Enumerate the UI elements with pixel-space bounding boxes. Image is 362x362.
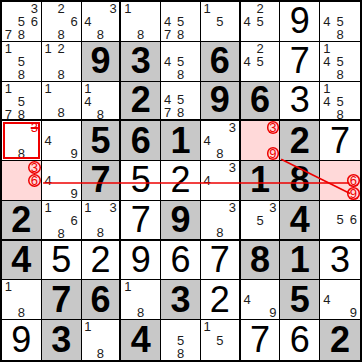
cell-r5c6[interactable]: 34 — [201, 161, 241, 201]
candidate-1: 1 — [201, 320, 214, 333]
digit-given: 2 — [11, 202, 31, 238]
pencil-marks: 18 — [121, 2, 160, 41]
cell-r6c9[interactable]: 56 — [320, 201, 360, 241]
cell-r4c7[interactable]: 39 — [241, 121, 281, 161]
candidate-1: 1 — [42, 201, 55, 214]
candidate-1: 1 — [320, 82, 333, 95]
cell-r3c7[interactable]: 6 — [241, 82, 281, 122]
pencil-marks: 49 — [241, 280, 280, 319]
cell-r6c2[interactable]: 168 — [42, 201, 82, 241]
cell-r1c7[interactable]: 245 — [241, 2, 281, 42]
candidate-3: 3 — [226, 201, 239, 214]
pencil-marks: 138 — [82, 201, 120, 239]
cell-r2c3[interactable]: 9 — [82, 42, 122, 82]
pencil-marks: 458 — [161, 42, 200, 81]
pencil-marks: 49 — [320, 280, 360, 319]
sudoku-board: 3567826834818457815245945815812893458624… — [0, 0, 362, 362]
cell-r5c7[interactable]: 1 — [241, 161, 281, 201]
candidate-8: 8 — [94, 108, 107, 121]
candidate-9: 9 — [68, 147, 81, 160]
candidate-5: 5 — [333, 55, 346, 68]
pencil-marks: 15 — [201, 320, 239, 360]
candidate-4: 4 — [201, 134, 214, 147]
candidate-8: 8 — [333, 28, 346, 41]
candidate-4: 4 — [241, 293, 254, 306]
candidate-9: 9 — [347, 306, 360, 319]
candidate-8: 8 — [15, 147, 28, 160]
cell-r5c9[interactable]: 69 — [320, 161, 360, 201]
candidate-8: 8 — [94, 28, 107, 41]
cell-r5c1[interactable]: 36 — [2, 161, 42, 201]
cell-r3c3[interactable]: 148 — [82, 82, 122, 122]
cell-r6c4[interactable]: 7 — [121, 201, 161, 241]
candidate-8: 8 — [15, 68, 28, 81]
pencil-marks: 38 — [2, 121, 41, 160]
candidate-4: 4 — [320, 15, 333, 28]
cell-r8c2[interactable]: 7 — [42, 280, 82, 320]
digit-solved: 3 — [290, 82, 310, 118]
cell-r1c1[interactable]: 35678 — [2, 2, 42, 42]
pencil-marks: 36 — [2, 161, 41, 200]
digit-solved: 5 — [51, 242, 71, 278]
cell-r4c1[interactable]: 38 — [2, 121, 42, 161]
cell-r6c8[interactable]: 4 — [280, 201, 320, 241]
digit-given: 6 — [131, 123, 151, 159]
candidate-4: 4 — [161, 15, 174, 28]
pencil-marks: 49 — [42, 121, 81, 160]
candidate-4: 4 — [82, 95, 95, 108]
pencil-marks: 35 — [241, 201, 280, 239]
candidate-1: 1 — [121, 280, 134, 293]
cell-r2c1[interactable]: 158 — [2, 42, 42, 82]
digit-solved: 9 — [131, 242, 151, 278]
cell-r4c2[interactable]: 49 — [42, 121, 82, 161]
cell-r3c6[interactable]: 9 — [201, 82, 241, 122]
cell-r2c7[interactable]: 245 — [241, 42, 281, 82]
cell-r7c7[interactable]: 8 — [241, 241, 281, 281]
pencil-marks: 168 — [42, 201, 81, 239]
pencil-marks: 148 — [82, 82, 120, 120]
digit-given: 2 — [330, 322, 350, 358]
sudoku-board-cells: 3567826834818457815245945815812893458624… — [2, 2, 360, 360]
digit-given: 8 — [250, 242, 270, 278]
cell-r9c7[interactable]: 7 — [241, 320, 281, 360]
pencil-marks: 245 — [241, 2, 280, 41]
cell-r9c1[interactable]: 9 — [2, 320, 42, 360]
cell-r1c4[interactable]: 18 — [121, 2, 161, 42]
cell-r1c6[interactable]: 15 — [201, 2, 241, 42]
candidate-2: 2 — [55, 2, 68, 15]
digit-given: 1 — [250, 162, 270, 198]
candidate-1: 1 — [42, 82, 55, 95]
candidate-5: 5 — [333, 213, 346, 226]
candidate-5: 5 — [254, 55, 267, 68]
cell-r1c9[interactable]: 458 — [320, 2, 360, 42]
candidate-4: 4 — [241, 55, 254, 68]
digit-given: 3 — [170, 282, 190, 318]
cell-r8c6[interactable]: 2 — [201, 280, 241, 320]
cell-r3c9[interactable]: 1458 — [320, 82, 360, 122]
cell-r5c4[interactable]: 5 — [121, 161, 161, 201]
pencil-marks: 69 — [320, 161, 360, 200]
digit-given: 9 — [90, 43, 110, 79]
candidate-2: 2 — [55, 42, 68, 55]
digit-solved: 2 — [170, 162, 190, 198]
candidate-8: 8 — [174, 28, 187, 41]
candidate-7: 7 — [161, 28, 174, 41]
candidate-1: 1 — [201, 2, 214, 15]
digit-given: 9 — [210, 82, 230, 118]
cell-r9c2[interactable]: 3 — [42, 320, 82, 360]
candidate-4: 4 — [320, 55, 333, 68]
candidate-3: 3 — [28, 121, 41, 134]
candidate-3: 3 — [107, 2, 120, 15]
cell-r9c6[interactable]: 15 — [201, 320, 241, 360]
candidate-1: 1 — [42, 42, 55, 55]
cell-r4c4[interactable]: 6 — [121, 121, 161, 161]
cell-r8c8[interactable]: 5 — [280, 280, 320, 320]
cell-r7c8[interactable]: 1 — [280, 241, 320, 281]
cell-r4c6[interactable]: 348 — [201, 121, 241, 161]
candidate-1: 1 — [82, 320, 95, 333]
candidate-5: 5 — [15, 55, 28, 68]
candidate-4: 4 — [82, 15, 95, 28]
candidate-5: 5 — [213, 333, 226, 346]
cell-r7c6[interactable]: 7 — [201, 241, 241, 281]
digit-given: 5 — [290, 282, 310, 318]
candidate-1: 1 — [121, 2, 134, 15]
candidate-1: 1 — [2, 280, 15, 293]
pencil-marks: 4578 — [161, 82, 200, 120]
cell-r5c3[interactable]: 7 — [82, 161, 122, 201]
digit-given: 4 — [11, 242, 31, 278]
cell-r8c9[interactable]: 49 — [320, 280, 360, 320]
pencil-marks: 39 — [241, 121, 280, 160]
cell-r7c1[interactable]: 4 — [2, 241, 42, 281]
candidate-6: 6 — [347, 213, 360, 226]
cell-r3c2[interactable]: 18 — [42, 82, 82, 122]
pencil-marks: 158 — [2, 42, 41, 81]
digit-given: 1 — [170, 123, 190, 159]
candidate-9: 9 — [267, 306, 280, 319]
cell-r4c3[interactable]: 5 — [82, 121, 122, 161]
candidate-8: 8 — [333, 68, 346, 81]
candidate-5: 5 — [333, 95, 346, 108]
digit-given: 4 — [131, 322, 151, 358]
pencil-marks: 1458 — [320, 42, 360, 81]
candidate-8: 8 — [134, 306, 147, 319]
candidate-7: 7 — [161, 106, 174, 119]
cell-r8c3[interactable]: 6 — [82, 280, 122, 320]
digit-given: 6 — [90, 282, 110, 318]
candidate-6: 6 — [68, 15, 81, 28]
candidate-1: 1 — [320, 42, 333, 55]
cell-r4c8[interactable]: 2 — [280, 121, 320, 161]
candidate-8: 8 — [134, 28, 147, 41]
digit-given: 3 — [51, 322, 71, 358]
digit-given: 5 — [90, 123, 110, 159]
digit-given: 7 — [90, 162, 110, 198]
pencil-marks: 38 — [201, 201, 239, 239]
sudoku-app: 3567826834818457815245945815812893458624… — [0, 0, 362, 362]
pencil-marks: 15 — [201, 2, 239, 41]
cell-r9c4[interactable]: 4 — [121, 320, 161, 360]
candidate-1: 1 — [2, 42, 15, 55]
candidate-8: 8 — [213, 226, 226, 239]
digit-given: 6 — [210, 43, 230, 79]
digit-solved: 6 — [170, 242, 190, 278]
pencil-marks: 4578 — [161, 2, 200, 41]
candidate-9: 9 — [68, 187, 81, 200]
pencil-marks: 348 — [201, 121, 239, 160]
digit-solved: 7 — [290, 43, 310, 79]
candidate-3: 3 — [107, 201, 120, 214]
pencil-marks: 1458 — [320, 82, 360, 120]
candidate-8: 8 — [94, 226, 107, 239]
candidate-5: 5 — [174, 333, 187, 346]
candidate-6: 6 — [347, 174, 360, 187]
pencil-marks: 49 — [42, 161, 81, 200]
digit-given: 2 — [290, 123, 310, 159]
cell-r2c5[interactable]: 458 — [161, 42, 201, 82]
candidate-5: 5 — [333, 15, 346, 28]
candidate-3: 3 — [267, 121, 280, 134]
candidate-8: 8 — [15, 306, 28, 319]
pencil-marks: 34 — [201, 161, 239, 200]
cell-r5c5[interactable]: 2 — [161, 161, 201, 201]
pencil-marks: 56 — [320, 201, 360, 239]
digit-solved: 7 — [250, 322, 270, 358]
candidate-8: 8 — [55, 28, 68, 41]
cell-r1c3[interactable]: 348 — [82, 2, 122, 42]
candidate-8: 8 — [55, 106, 68, 119]
digit-solved: 5 — [131, 162, 151, 198]
digit-solved: 7 — [131, 202, 151, 238]
candidate-6: 6 — [68, 214, 81, 227]
candidate-9: 9 — [267, 147, 280, 160]
digit-given: 8 — [290, 162, 310, 198]
cell-r6c7[interactable]: 35 — [241, 201, 281, 241]
cell-r1c8[interactable]: 9 — [280, 2, 320, 42]
cell-r7c3[interactable]: 2 — [82, 241, 122, 281]
pencil-marks: 18 — [42, 82, 81, 120]
candidate-3: 3 — [226, 121, 239, 134]
cell-r5c2[interactable]: 49 — [42, 161, 82, 201]
pencil-marks: 58 — [161, 320, 200, 360]
cell-r9c3[interactable]: 18 — [82, 320, 122, 360]
digit-solved: 2 — [90, 242, 110, 278]
cell-r9c8[interactable]: 6 — [280, 320, 320, 360]
cell-r4c5[interactable]: 1 — [161, 121, 201, 161]
digit-solved: 7 — [210, 242, 230, 278]
cell-r3c1[interactable]: 1578 — [2, 82, 42, 122]
digit-given: 6 — [250, 82, 270, 118]
candidate-5: 5 — [174, 55, 187, 68]
cell-r2c9[interactable]: 1458 — [320, 42, 360, 82]
cell-r6c3[interactable]: 138 — [82, 201, 122, 241]
pencil-marks: 348 — [82, 2, 120, 41]
cell-r8c7[interactable]: 49 — [241, 280, 281, 320]
digit-solved: 9 — [290, 3, 310, 39]
cell-r1c5[interactable]: 4578 — [161, 2, 201, 42]
cell-r2c6[interactable]: 6 — [201, 42, 241, 82]
digit-given: 7 — [51, 282, 71, 318]
cell-r6c5[interactable]: 9 — [161, 201, 201, 241]
digit-solved: 2 — [210, 282, 230, 318]
candidate-6: 6 — [28, 174, 41, 187]
pencil-marks: 128 — [42, 42, 81, 81]
pencil-marks: 18 — [121, 280, 160, 319]
candidate-4: 4 — [42, 134, 55, 147]
digit-solved: 6 — [290, 322, 310, 358]
candidate-5: 5 — [213, 15, 226, 28]
cell-r8c1[interactable]: 18 — [2, 280, 42, 320]
candidate-4: 4 — [161, 55, 174, 68]
cell-r3c8[interactable]: 3 — [280, 82, 320, 122]
candidate-1: 1 — [82, 82, 95, 95]
candidate-4: 4 — [320, 95, 333, 108]
cell-r5c8[interactable]: 8 — [280, 161, 320, 201]
digit-given: 3 — [131, 43, 151, 79]
cell-r8c4[interactable]: 18 — [121, 280, 161, 320]
cell-r3c5[interactable]: 4578 — [161, 82, 201, 122]
candidate-7: 7 — [2, 28, 15, 41]
candidate-1: 1 — [2, 82, 15, 95]
candidate-8: 8 — [55, 68, 68, 81]
candidate-5: 5 — [254, 15, 267, 28]
cell-r7c2[interactable]: 5 — [42, 241, 82, 281]
candidate-8: 8 — [55, 227, 68, 240]
candidate-8: 8 — [15, 28, 28, 41]
cell-r4c9[interactable]: 7 — [320, 121, 360, 161]
pencil-marks: 245 — [241, 42, 280, 81]
candidate-5: 5 — [15, 95, 28, 108]
digit-solved: 7 — [330, 123, 350, 159]
candidate-8: 8 — [94, 347, 107, 360]
candidate-3: 3 — [226, 161, 239, 174]
cell-r6c1[interactable]: 2 — [2, 201, 42, 241]
cell-r9c5[interactable]: 58 — [161, 320, 201, 360]
digit-solved: 3 — [330, 242, 350, 278]
candidate-4: 4 — [201, 174, 214, 187]
candidate-8: 8 — [213, 147, 226, 160]
candidate-9: 9 — [347, 187, 360, 200]
cell-r6c6[interactable]: 38 — [201, 201, 241, 241]
cell-r7c9[interactable]: 3 — [320, 241, 360, 281]
candidate-8: 8 — [15, 108, 28, 121]
candidate-8: 8 — [174, 68, 187, 81]
pencil-marks: 18 — [2, 280, 41, 319]
candidate-8: 8 — [333, 108, 346, 121]
cell-r7c4[interactable]: 9 — [121, 241, 161, 281]
pencil-marks: 35678 — [2, 2, 41, 41]
candidate-8: 8 — [174, 106, 187, 119]
cell-r7c5[interactable]: 6 — [161, 241, 201, 281]
candidate-5: 5 — [254, 214, 267, 227]
candidate-4: 4 — [42, 174, 55, 187]
cell-r8c5[interactable]: 3 — [161, 280, 201, 320]
cell-r3c4[interactable]: 2 — [121, 82, 161, 122]
candidate-3: 3 — [267, 201, 280, 214]
cell-r2c4[interactable]: 3 — [121, 42, 161, 82]
candidate-1: 1 — [82, 201, 95, 214]
digit-given: 2 — [131, 82, 151, 118]
candidate-8: 8 — [174, 347, 187, 360]
digit-solved: 9 — [11, 322, 31, 358]
pencil-marks: 458 — [320, 2, 360, 41]
cell-r2c8[interactable]: 7 — [280, 42, 320, 82]
candidate-2: 2 — [254, 42, 267, 55]
digit-given: 9 — [170, 202, 190, 238]
candidate-7: 7 — [2, 108, 15, 121]
pencil-marks: 1578 — [2, 82, 41, 120]
candidate-5: 5 — [174, 15, 187, 28]
candidate-4: 4 — [241, 15, 254, 28]
digit-given: 1 — [290, 242, 310, 278]
candidate-4: 4 — [320, 293, 333, 306]
digit-given: 4 — [290, 202, 310, 238]
cell-r2c2[interactable]: 128 — [42, 42, 82, 82]
cell-r1c2[interactable]: 268 — [42, 2, 82, 42]
pencil-marks: 18 — [82, 320, 120, 360]
cell-r9c9[interactable]: 2 — [320, 320, 360, 360]
candidate-6: 6 — [28, 15, 41, 28]
pencil-marks: 268 — [42, 2, 81, 41]
